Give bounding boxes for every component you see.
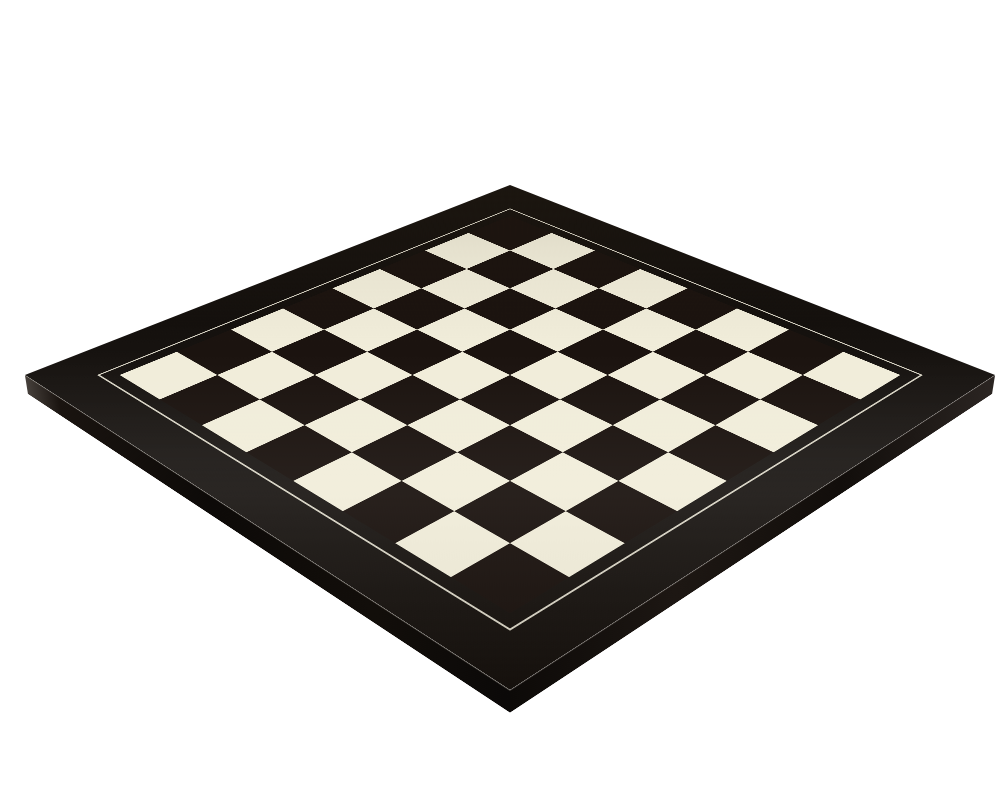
- square[interactable]: [160, 375, 260, 425]
- square[interactable]: [460, 375, 560, 425]
- square[interactable]: [457, 425, 562, 481]
- square[interactable]: [360, 375, 460, 425]
- square[interactable]: [613, 399, 716, 452]
- square[interactable]: [566, 481, 677, 543]
- square[interactable]: [660, 375, 760, 425]
- square[interactable]: [407, 399, 510, 452]
- square[interactable]: [454, 481, 565, 543]
- square[interactable]: [510, 452, 618, 511]
- square[interactable]: [563, 425, 668, 481]
- chess-board: [25, 185, 995, 690]
- playing-field: [120, 216, 901, 613]
- square[interactable]: [760, 375, 860, 425]
- square[interactable]: [395, 511, 510, 577]
- square[interactable]: [293, 452, 401, 511]
- square[interactable]: [260, 375, 360, 425]
- scene: [0, 0, 1000, 800]
- square[interactable]: [352, 425, 457, 481]
- photo-background: [0, 0, 1000, 800]
- square[interactable]: [510, 399, 613, 452]
- square[interactable]: [451, 543, 569, 613]
- square[interactable]: [202, 399, 305, 452]
- square[interactable]: [246, 425, 351, 481]
- square[interactable]: [618, 452, 726, 511]
- square[interactable]: [343, 481, 454, 543]
- square[interactable]: [715, 399, 818, 452]
- square[interactable]: [510, 511, 625, 577]
- square[interactable]: [402, 452, 510, 511]
- board-frame: [25, 185, 995, 690]
- square[interactable]: [668, 425, 773, 481]
- square[interactable]: [560, 375, 660, 425]
- square[interactable]: [305, 399, 408, 452]
